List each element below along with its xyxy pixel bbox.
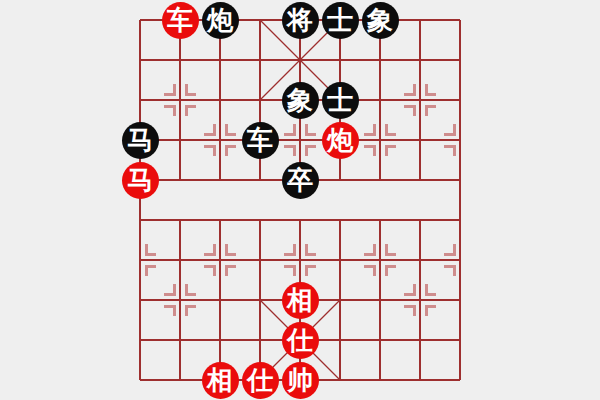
piece-black-cannon[interactable]: 炮 xyxy=(202,2,239,39)
piece-black-chariot[interactable]: 车 xyxy=(242,122,279,159)
piece-red-chariot[interactable]: 车 xyxy=(162,2,199,39)
piece-red-horse[interactable]: 马 xyxy=(122,162,159,199)
piece-red-cannon[interactable]: 炮 xyxy=(322,122,359,159)
piece-red-elephant[interactable]: 相 xyxy=(282,282,319,319)
piece-red-king[interactable]: 帅 xyxy=(282,362,319,399)
piece-red-advisor[interactable]: 仕 xyxy=(282,322,319,359)
piece-black-general[interactable]: 将 xyxy=(282,2,319,39)
piece-black-elephant[interactable]: 象 xyxy=(282,82,319,119)
piece-black-advisor[interactable]: 士 xyxy=(322,82,359,119)
piece-red-advisor[interactable]: 仕 xyxy=(242,362,279,399)
piece-black-horse[interactable]: 马 xyxy=(122,122,159,159)
piece-layer: 车炮将士象象士马车炮马卒相仕相仕帅 xyxy=(120,0,480,400)
piece-red-elephant[interactable]: 相 xyxy=(202,362,239,399)
piece-black-elephant[interactable]: 象 xyxy=(362,2,399,39)
xiangqi-board-screenshot: 车炮将士象象士马车炮马卒相仕相仕帅 xyxy=(0,0,600,400)
piece-black-soldier[interactable]: 卒 xyxy=(282,162,319,199)
piece-black-advisor[interactable]: 士 xyxy=(322,2,359,39)
